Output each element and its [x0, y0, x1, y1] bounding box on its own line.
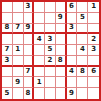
cell-r5c9[interactable]: 3 [88, 45, 99, 56]
cell-r4c4[interactable]: 4 [34, 34, 45, 45]
cell-r7c2[interactable] [13, 67, 24, 78]
cell-r1c9[interactable]: 1 [88, 2, 99, 13]
cell-r6c6[interactable]: 8 [56, 56, 67, 67]
cell-r1c7[interactable]: 6 [67, 2, 78, 13]
cell-r1c1[interactable] [2, 2, 13, 13]
cell-r6c9[interactable] [88, 56, 99, 67]
cell-r5c2[interactable]: 1 [13, 45, 24, 56]
cell-r7c6[interactable] [56, 67, 67, 78]
cell-r2c3[interactable] [24, 13, 35, 24]
cell-r4c8[interactable] [77, 34, 88, 45]
cell-r3c9[interactable] [88, 24, 99, 35]
cell-r9c8[interactable] [77, 88, 88, 99]
cell-r9c9[interactable] [88, 88, 99, 99]
cell-r6c5[interactable]: 2 [45, 56, 56, 67]
cell-r5c3[interactable] [24, 45, 35, 56]
cell-r4c6[interactable] [56, 34, 67, 45]
cell-r9c5[interactable] [45, 88, 56, 99]
cell-r1c3[interactable]: 3 [24, 2, 35, 13]
cell-r7c8[interactable]: 8 [77, 67, 88, 78]
cell-r3c7[interactable]: 3 [67, 24, 78, 35]
cell-r5c6[interactable] [56, 45, 67, 56]
cell-r6c3[interactable] [24, 56, 35, 67]
cell-r8c3[interactable] [24, 77, 35, 88]
cell-r4c3[interactable] [24, 34, 35, 45]
cell-r8c2[interactable]: 9 [13, 77, 24, 88]
cell-r3c5[interactable] [45, 24, 56, 35]
cell-r5c1[interactable]: 7 [2, 45, 13, 56]
sudoku-board: 36195879343271543328748691589 [0, 0, 101, 101]
cell-r9c4[interactable] [34, 88, 45, 99]
cell-r8c7[interactable] [67, 77, 78, 88]
cell-r4c2[interactable] [13, 34, 24, 45]
cell-r7c3[interactable]: 7 [24, 67, 35, 78]
cell-r2c5[interactable] [45, 13, 56, 24]
cell-r3c1[interactable]: 8 [2, 24, 13, 35]
cell-r3c2[interactable]: 7 [13, 24, 24, 35]
cell-r5c5[interactable]: 5 [45, 45, 56, 56]
cell-r8c6[interactable] [56, 77, 67, 88]
cell-r1c6[interactable] [56, 2, 67, 13]
cell-r2c4[interactable] [34, 13, 45, 24]
cell-r2c7[interactable] [67, 13, 78, 24]
cell-r8c9[interactable] [88, 77, 99, 88]
cell-r4c9[interactable]: 2 [88, 34, 99, 45]
cell-r8c8[interactable] [77, 77, 88, 88]
cell-r6c2[interactable] [13, 56, 24, 67]
cell-r6c7[interactable] [67, 56, 78, 67]
cell-r5c4[interactable] [34, 45, 45, 56]
cell-r6c8[interactable] [77, 56, 88, 67]
cell-r8c4[interactable]: 1 [34, 77, 45, 88]
cell-r3c8[interactable] [77, 24, 88, 35]
cell-r2c1[interactable] [2, 13, 13, 24]
cell-r7c7[interactable]: 4 [67, 67, 78, 78]
cell-r5c7[interactable] [67, 45, 78, 56]
cell-r7c9[interactable]: 6 [88, 67, 99, 78]
cell-r6c1[interactable]: 3 [2, 56, 13, 67]
cell-r9c1[interactable]: 5 [2, 88, 13, 99]
cell-r9c3[interactable]: 8 [24, 88, 35, 99]
cell-r4c5[interactable]: 3 [45, 34, 56, 45]
cell-r5c8[interactable]: 4 [77, 45, 88, 56]
cell-r2c8[interactable]: 5 [77, 13, 88, 24]
cell-r6c4[interactable] [34, 56, 45, 67]
cell-r8c5[interactable] [45, 77, 56, 88]
cell-r4c1[interactable] [2, 34, 13, 45]
cell-r2c2[interactable] [13, 13, 24, 24]
cell-r1c8[interactable] [77, 2, 88, 13]
cell-r2c9[interactable] [88, 13, 99, 24]
cell-r1c2[interactable] [13, 2, 24, 13]
cell-r2c6[interactable]: 9 [56, 13, 67, 24]
cell-r7c4[interactable] [34, 67, 45, 78]
cell-r3c4[interactable] [34, 24, 45, 35]
cell-r8c1[interactable] [2, 77, 13, 88]
cell-r3c3[interactable]: 9 [24, 24, 35, 35]
cell-r9c2[interactable] [13, 88, 24, 99]
cell-r3c6[interactable] [56, 24, 67, 35]
cell-r1c4[interactable] [34, 2, 45, 13]
cell-r7c5[interactable] [45, 67, 56, 78]
cell-r1c5[interactable] [45, 2, 56, 13]
cell-r9c6[interactable] [56, 88, 67, 99]
cell-r4c7[interactable] [67, 34, 78, 45]
cell-r9c7[interactable]: 9 [67, 88, 78, 99]
cell-r7c1[interactable] [2, 67, 13, 78]
